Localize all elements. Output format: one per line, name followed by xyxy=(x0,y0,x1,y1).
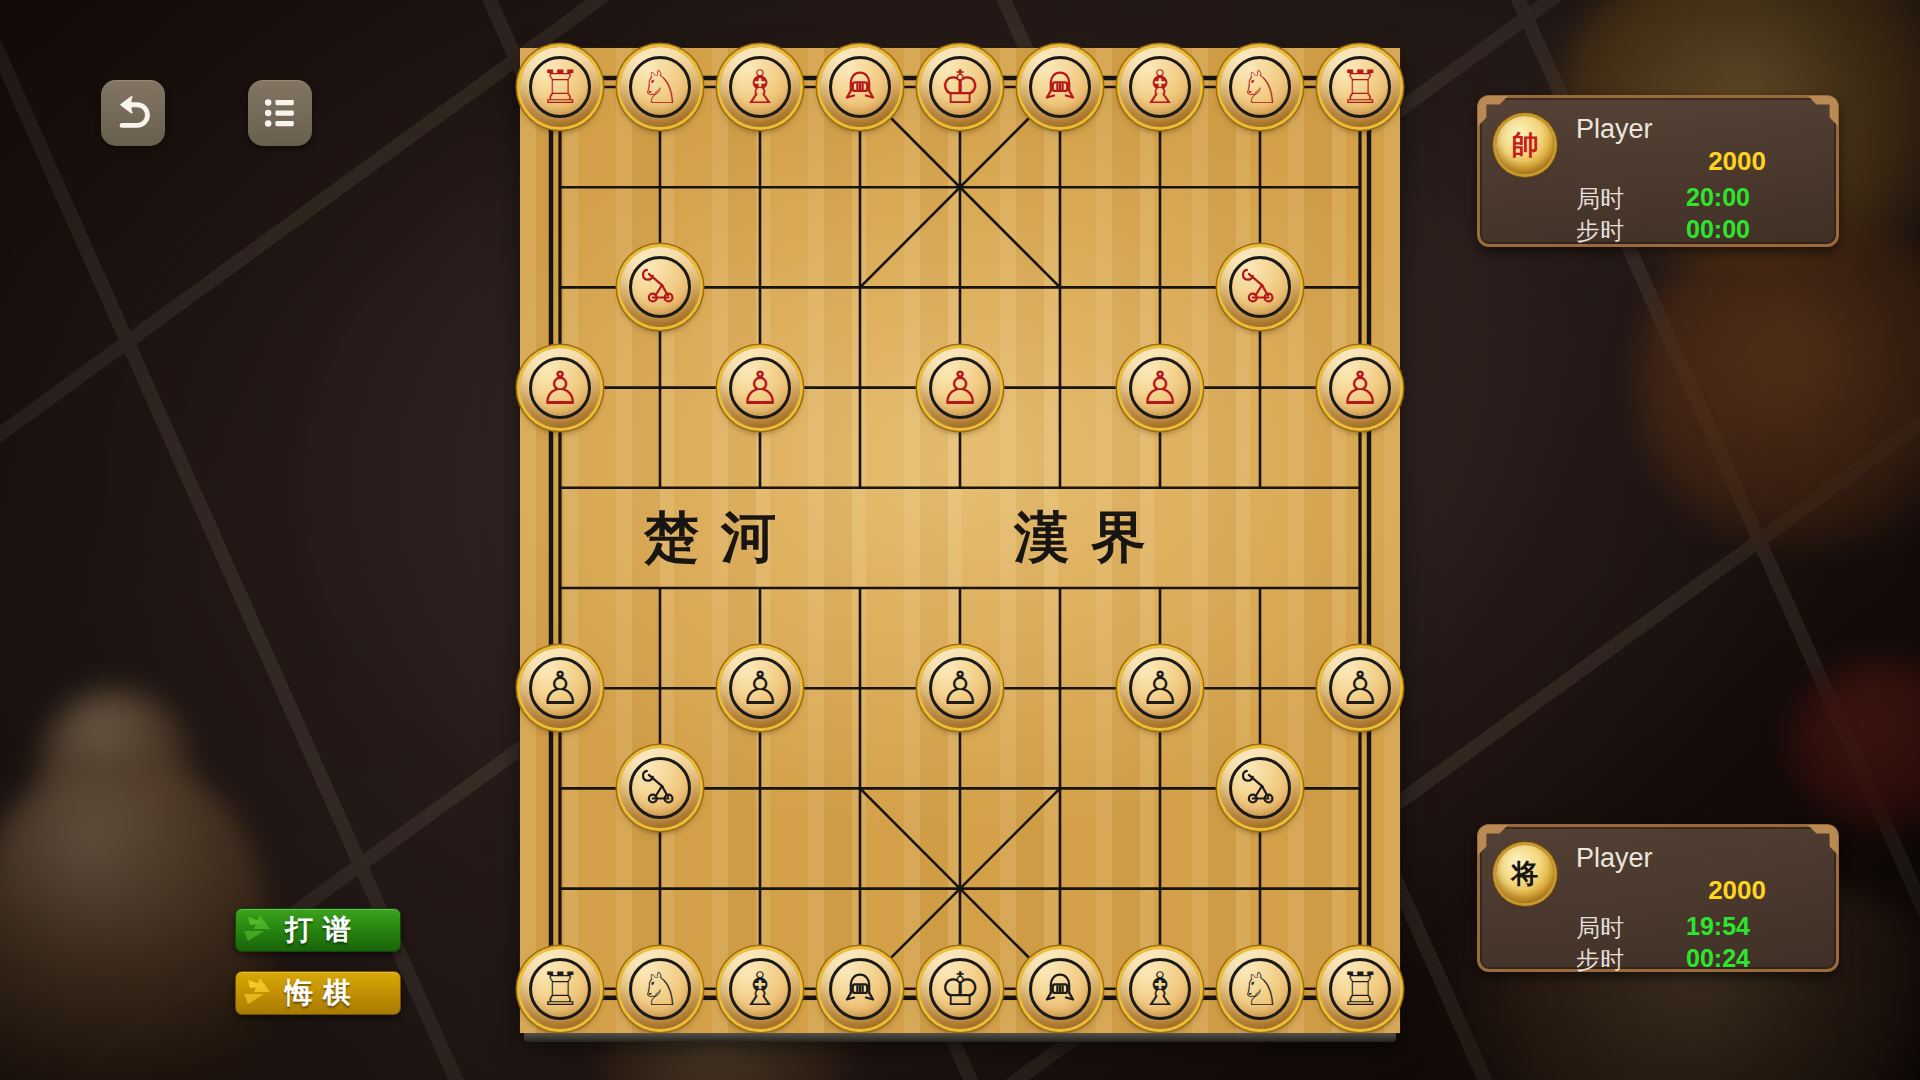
move-time-label: 步时 xyxy=(1576,215,1624,247)
general-icon: ♔ xyxy=(920,47,1000,127)
huiqi-button[interactable]: 悔棋 xyxy=(235,971,401,1015)
piece-red-soldier[interactable]: ♙ xyxy=(1120,348,1200,428)
background-carved-pieces xyxy=(1640,220,1920,550)
bamboo-leaves-icon xyxy=(240,974,298,1012)
piece-black-horse[interactable]: ♘ xyxy=(620,949,700,1029)
chariot-icon: ♖ xyxy=(520,949,600,1029)
player-panel-bottom: 将 Player 2000 局时 19:54 步时 00:24 xyxy=(1477,824,1839,972)
piece-red-horse[interactable]: ♘ xyxy=(1220,47,1300,127)
piece-red-chariot[interactable]: ♖ xyxy=(1320,47,1400,127)
elephant-icon: ♗ xyxy=(1120,47,1200,127)
piece-black-cannon[interactable] xyxy=(1220,748,1300,828)
piece-black-elephant[interactable]: ♗ xyxy=(720,949,800,1029)
elephant-icon: ♗ xyxy=(720,47,800,127)
game-screen: 楚河 漢界 ♖♘♗ ♔ ♗♘♖ ♙♙♙♙♙♙♙♙♙♙ ♖♘♗ ♔ ♗♘♖ 打谱 … xyxy=(0,0,1920,1080)
soldier-icon: ♙ xyxy=(520,648,600,728)
piece-black-chariot[interactable]: ♖ xyxy=(520,949,600,1029)
piece-red-advisor[interactable] xyxy=(820,47,900,127)
piece-red-horse[interactable]: ♘ xyxy=(620,47,700,127)
avatar-black-general: 将 xyxy=(1496,845,1554,903)
game-time-value: 20:00 xyxy=(1686,183,1750,212)
piece-black-advisor[interactable] xyxy=(820,949,900,1029)
advisor-icon xyxy=(1020,949,1100,1029)
chariot-icon: ♖ xyxy=(520,47,600,127)
horse-icon: ♘ xyxy=(620,949,700,1029)
horse-icon: ♘ xyxy=(1220,47,1300,127)
advisor-icon xyxy=(1020,47,1100,127)
game-time-label: 局时 xyxy=(1576,183,1624,215)
player-name: Player xyxy=(1576,114,1653,145)
soldier-icon: ♙ xyxy=(1320,348,1400,428)
chariot-icon: ♖ xyxy=(1320,47,1400,127)
piece-black-advisor[interactable] xyxy=(1020,949,1100,1029)
player-name: Player xyxy=(1576,843,1653,874)
back-button[interactable] xyxy=(101,80,165,146)
piece-red-advisor[interactable] xyxy=(1020,47,1100,127)
piece-red-chariot[interactable]: ♖ xyxy=(520,47,600,127)
xiangqi-board[interactable]: 楚河 漢界 ♖♘♗ ♔ ♗♘♖ ♙♙♙♙♙♙♙♙♙♙ ♖♘♗ ♔ ♗♘♖ xyxy=(520,48,1400,1033)
game-time-label: 局时 xyxy=(1576,912,1624,944)
piece-red-cannon[interactable] xyxy=(1220,247,1300,327)
dapu-button[interactable]: 打谱 xyxy=(235,908,401,952)
move-time-value: 00:00 xyxy=(1686,215,1750,244)
piece-black-soldier[interactable]: ♙ xyxy=(520,648,600,728)
soldier-icon: ♙ xyxy=(920,348,1000,428)
piece-red-elephant[interactable]: ♗ xyxy=(1120,47,1200,127)
move-list-button[interactable] xyxy=(248,80,312,146)
chariot-icon: ♖ xyxy=(1320,949,1400,1029)
soldier-icon: ♙ xyxy=(720,348,800,428)
cannon-icon xyxy=(620,748,700,828)
cannon-icon xyxy=(620,247,700,327)
panel-corner-decoration xyxy=(1478,96,1508,126)
soldier-icon: ♙ xyxy=(520,348,600,428)
elephant-icon: ♗ xyxy=(1120,949,1200,1029)
background-red-piece xyxy=(1790,660,1920,830)
piece-red-soldier[interactable]: ♙ xyxy=(1320,348,1400,428)
panel-corner-decoration xyxy=(1808,96,1838,126)
cannon-icon xyxy=(1220,247,1300,327)
soldier-icon: ♙ xyxy=(1320,648,1400,728)
piece-red-soldier[interactable]: ♙ xyxy=(920,348,1000,428)
horse-icon: ♘ xyxy=(1220,949,1300,1029)
piece-red-cannon[interactable] xyxy=(620,247,700,327)
piece-black-cannon[interactable] xyxy=(620,748,700,828)
panel-corner-decoration xyxy=(1478,825,1508,855)
bamboo-leaves-icon xyxy=(240,911,298,949)
cannon-icon xyxy=(1220,748,1300,828)
piece-black-soldier[interactable]: ♙ xyxy=(920,648,1000,728)
piece-black-horse[interactable]: ♘ xyxy=(1220,949,1300,1029)
piece-red-elephant[interactable]: ♗ xyxy=(720,47,800,127)
player-panel-top: 帥 Player 2000 局时 20:00 步时 00:00 xyxy=(1477,95,1839,247)
soldier-icon: ♙ xyxy=(720,648,800,728)
advisor-icon xyxy=(820,47,900,127)
game-time-value: 19:54 xyxy=(1686,912,1750,941)
soldier-icon: ♙ xyxy=(1120,648,1200,728)
player-rating: 2000 xyxy=(1708,146,1766,177)
move-time-value: 00:24 xyxy=(1686,944,1750,973)
piece-red-soldier[interactable]: ♙ xyxy=(720,348,800,428)
piece-black-general[interactable]: ♔ xyxy=(920,949,1000,1029)
soldier-icon: ♙ xyxy=(1120,348,1200,428)
general-icon: ♔ xyxy=(920,949,1000,1029)
piece-black-soldier[interactable]: ♙ xyxy=(720,648,800,728)
piece-black-soldier[interactable]: ♙ xyxy=(1120,648,1200,728)
panel-corner-decoration xyxy=(1808,825,1838,855)
avatar-red-general: 帥 xyxy=(1496,116,1554,174)
piece-black-elephant[interactable]: ♗ xyxy=(1120,949,1200,1029)
elephant-icon: ♗ xyxy=(720,949,800,1029)
soldier-icon: ♙ xyxy=(920,648,1000,728)
river-label-right: 漢界 xyxy=(992,501,1168,575)
advisor-icon xyxy=(820,949,900,1029)
piece-red-general[interactable]: ♔ xyxy=(920,47,1000,127)
piece-red-soldier[interactable]: ♙ xyxy=(520,348,600,428)
horse-icon: ♘ xyxy=(620,47,700,127)
player-rating: 2000 xyxy=(1708,875,1766,906)
piece-black-chariot[interactable]: ♖ xyxy=(1320,949,1400,1029)
background-pawn-piece xyxy=(0,760,270,1080)
piece-black-soldier[interactable]: ♙ xyxy=(1320,648,1400,728)
background-pawn-piece xyxy=(40,690,190,840)
river-label-left: 楚河 xyxy=(622,501,798,575)
move-time-label: 步时 xyxy=(1576,944,1624,976)
